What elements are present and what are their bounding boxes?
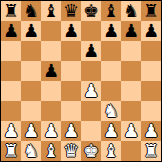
square-b5[interactable] — [21, 61, 41, 81]
white-pawn: ♟ — [3, 121, 19, 141]
black-pawn: ♟ — [143, 21, 159, 41]
square-f8[interactable]: ♝ — [101, 1, 121, 21]
white-pawn: ♟ — [83, 81, 99, 101]
white-queen: ♛ — [63, 141, 79, 161]
square-d6[interactable] — [61, 41, 81, 61]
square-e2[interactable] — [81, 121, 101, 141]
square-c5[interactable]: ♟ — [41, 61, 61, 81]
white-pawn: ♟ — [43, 121, 59, 141]
square-f2[interactable]: ♟ — [101, 121, 121, 141]
black-pawn: ♟ — [123, 21, 139, 41]
black-king: ♚ — [83, 1, 99, 21]
chess-board: ♜♞♝♛♚♝♞♜♟♟♟♟♟♟♟♟♟♞♟♟♟♟♟♟♟♜♞♝♛♚♝♜ — [0, 0, 162, 162]
white-pawn: ♟ — [63, 121, 79, 141]
white-knight: ♞ — [103, 101, 119, 121]
square-c3[interactable] — [41, 101, 61, 121]
white-king: ♚ — [83, 141, 99, 161]
square-e4[interactable]: ♟ — [81, 81, 101, 101]
black-bishop: ♝ — [103, 1, 119, 21]
black-pawn: ♟ — [23, 21, 39, 41]
black-bishop: ♝ — [43, 1, 59, 21]
white-rook: ♜ — [3, 141, 19, 161]
square-c7[interactable] — [41, 21, 61, 41]
black-pawn: ♟ — [43, 61, 59, 81]
square-c1[interactable]: ♝ — [41, 141, 61, 161]
square-e7[interactable] — [81, 21, 101, 41]
square-d4[interactable] — [61, 81, 81, 101]
square-a8[interactable]: ♜ — [1, 1, 21, 21]
square-b1[interactable]: ♞ — [21, 141, 41, 161]
square-e8[interactable]: ♚ — [81, 1, 101, 21]
square-h1[interactable]: ♜ — [141, 141, 161, 161]
square-d2[interactable]: ♟ — [61, 121, 81, 141]
black-knight: ♞ — [23, 1, 39, 21]
square-a3[interactable] — [1, 101, 21, 121]
square-a4[interactable] — [1, 81, 21, 101]
white-knight: ♞ — [23, 141, 39, 161]
square-e3[interactable] — [81, 101, 101, 121]
square-g4[interactable] — [121, 81, 141, 101]
black-rook: ♜ — [3, 1, 19, 21]
white-pawn: ♟ — [23, 121, 39, 141]
black-rook: ♜ — [143, 1, 159, 21]
square-g7[interactable]: ♟ — [121, 21, 141, 41]
square-h4[interactable] — [141, 81, 161, 101]
square-h8[interactable]: ♜ — [141, 1, 161, 21]
black-queen: ♛ — [63, 1, 79, 21]
white-pawn: ♟ — [103, 121, 119, 141]
square-d7[interactable]: ♟ — [61, 21, 81, 41]
square-h3[interactable] — [141, 101, 161, 121]
square-b7[interactable]: ♟ — [21, 21, 41, 41]
square-g6[interactable] — [121, 41, 141, 61]
square-g3[interactable] — [121, 101, 141, 121]
black-pawn: ♟ — [63, 21, 79, 41]
black-knight: ♞ — [123, 1, 139, 21]
chess-app: ♜♞♝♛♚♝♞♜♟♟♟♟♟♟♟♟♟♞♟♟♟♟♟♟♟♜♞♝♛♚♝♜ — [0, 0, 162, 162]
square-h6[interactable] — [141, 41, 161, 61]
white-bishop: ♝ — [43, 141, 59, 161]
square-b3[interactable] — [21, 101, 41, 121]
square-b8[interactable]: ♞ — [21, 1, 41, 21]
square-b6[interactable] — [21, 41, 41, 61]
square-a7[interactable]: ♟ — [1, 21, 21, 41]
square-d1[interactable]: ♛ — [61, 141, 81, 161]
square-g8[interactable]: ♞ — [121, 1, 141, 21]
square-a5[interactable] — [1, 61, 21, 81]
white-pawn: ♟ — [143, 121, 159, 141]
square-f4[interactable] — [101, 81, 121, 101]
square-a6[interactable] — [1, 41, 21, 61]
black-pawn: ♟ — [3, 21, 19, 41]
white-bishop: ♝ — [103, 141, 119, 161]
white-rook: ♜ — [143, 141, 159, 161]
square-d5[interactable] — [61, 61, 81, 81]
square-f7[interactable]: ♟ — [101, 21, 121, 41]
square-f5[interactable] — [101, 61, 121, 81]
square-d8[interactable]: ♛ — [61, 1, 81, 21]
square-h7[interactable]: ♟ — [141, 21, 161, 41]
square-g2[interactable]: ♟ — [121, 121, 141, 141]
black-pawn: ♟ — [103, 21, 119, 41]
square-c2[interactable]: ♟ — [41, 121, 61, 141]
square-h5[interactable] — [141, 61, 161, 81]
square-a1[interactable]: ♜ — [1, 141, 21, 161]
white-pawn: ♟ — [123, 121, 139, 141]
square-g5[interactable] — [121, 61, 141, 81]
square-g1[interactable] — [121, 141, 141, 161]
black-pawn: ♟ — [83, 41, 99, 61]
square-b4[interactable] — [21, 81, 41, 101]
square-h2[interactable]: ♟ — [141, 121, 161, 141]
square-d3[interactable] — [61, 101, 81, 121]
square-e5[interactable] — [81, 61, 101, 81]
square-c4[interactable] — [41, 81, 61, 101]
square-e1[interactable]: ♚ — [81, 141, 101, 161]
square-a2[interactable]: ♟ — [1, 121, 21, 141]
square-f3[interactable]: ♞ — [101, 101, 121, 121]
square-f6[interactable] — [101, 41, 121, 61]
square-b2[interactable]: ♟ — [21, 121, 41, 141]
square-f1[interactable]: ♝ — [101, 141, 121, 161]
square-c6[interactable] — [41, 41, 61, 61]
square-e6[interactable]: ♟ — [81, 41, 101, 61]
square-c8[interactable]: ♝ — [41, 1, 61, 21]
